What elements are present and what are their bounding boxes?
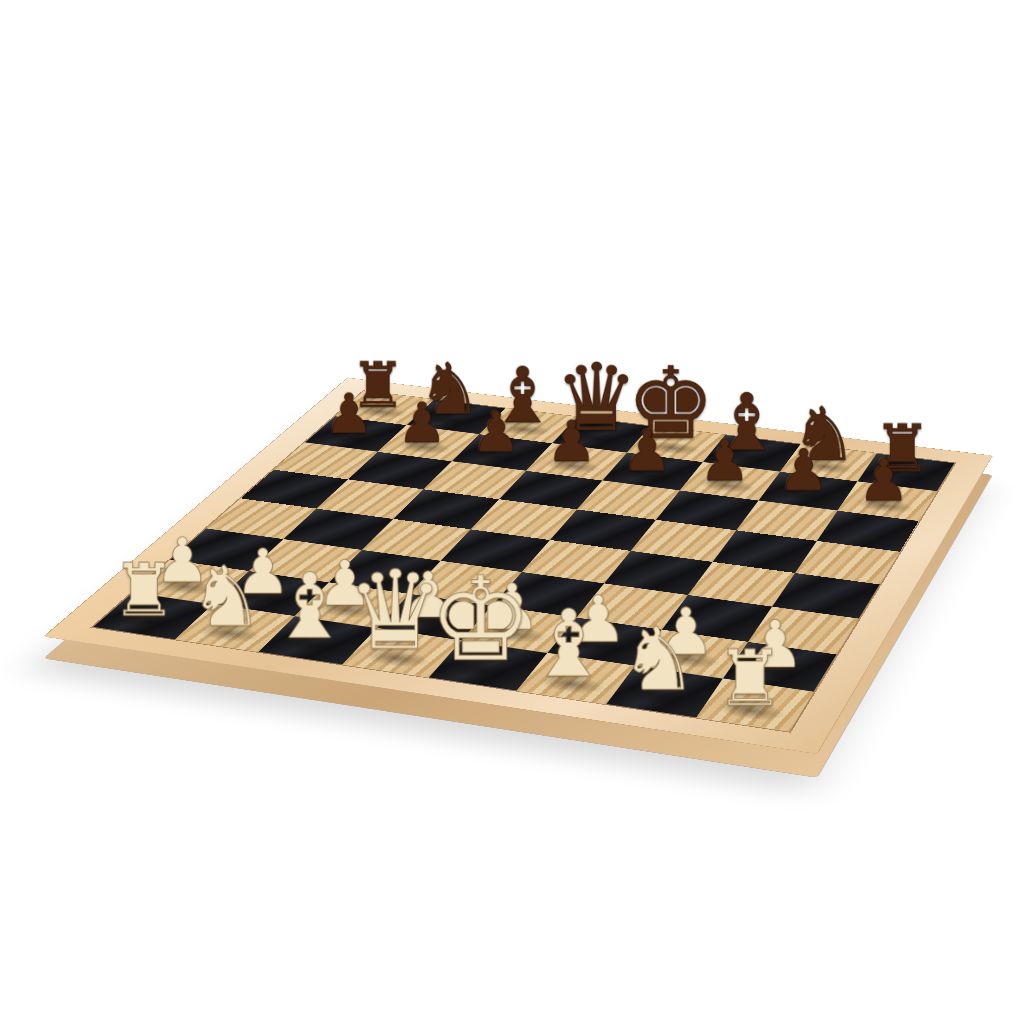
chess-board: ♜♞♝♛♚♝♞♜♟♟♟♟♟♟♟♟♟♟♟♟♟♟♟♟♜♞♝♛♚♝♞♜ <box>43 378 993 755</box>
white-knight[interactable]: ♞ <box>619 620 697 700</box>
white-bishop[interactable]: ♝ <box>269 565 350 648</box>
black-pawn[interactable]: ♟ <box>778 444 830 497</box>
white-rook[interactable]: ♜ <box>112 556 178 623</box>
black-pawn[interactable]: ♟ <box>546 416 596 468</box>
black-pawn[interactable]: ♟ <box>397 398 447 449</box>
square-f1[interactable]: ♝ <box>517 653 635 704</box>
black-pawn[interactable]: ♟ <box>622 425 673 477</box>
black-pawn[interactable]: ♟ <box>699 435 750 488</box>
black-pawn[interactable]: ♟ <box>857 454 909 507</box>
white-knight[interactable]: ♞ <box>189 559 264 636</box>
black-pawn[interactable]: ♟ <box>471 407 521 458</box>
board-frame: ♜♞♝♛♚♝♞♜♟♟♟♟♟♟♟♟♟♟♟♟♟♟♟♟♜♞♝♛♚♝♞♜ <box>43 378 993 755</box>
white-bishop[interactable]: ♝ <box>527 601 610 686</box>
white-rook[interactable]: ♜ <box>715 642 785 714</box>
white-king[interactable]: ♚ <box>429 567 534 674</box>
black-pawn[interactable]: ♟ <box>325 389 374 440</box>
photo-background: ♜♞♝♛♚♝♞♜♟♟♟♟♟♟♟♟♟♟♟♟♟♟♟♟♜♞♝♛♚♝♞♜ <box>0 0 1024 1024</box>
